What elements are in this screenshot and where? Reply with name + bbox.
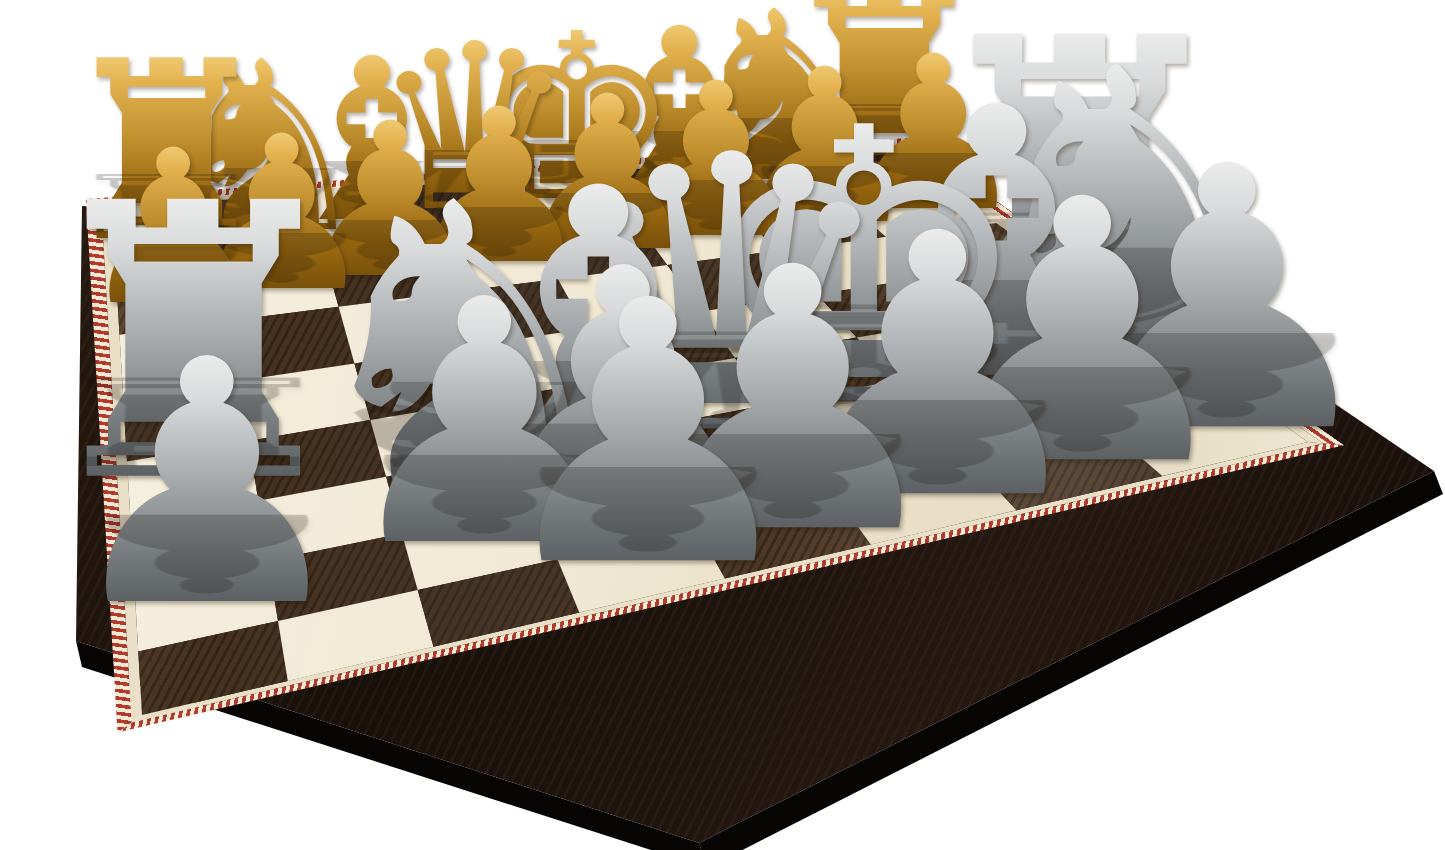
chess-set-product-photo: ♜♞♝♛♚♝♞♜♟♟♟♟♟♟♟♟♜♜♞♞♝♝♛♚♟♟♟♟♟♟♟♟	[0, 0, 1445, 850]
chess-pieces: ♜♞♝♛♚♝♞♜♟♟♟♟♟♟♟♟♜♜♞♞♝♝♛♚♟♟♟♟♟♟♟♟	[0, 0, 1445, 850]
piece-silver-pawn-d1[interactable]: ♟	[486, 254, 811, 616]
piece-silver-pawn-a2[interactable]: ♟	[56, 316, 358, 653]
